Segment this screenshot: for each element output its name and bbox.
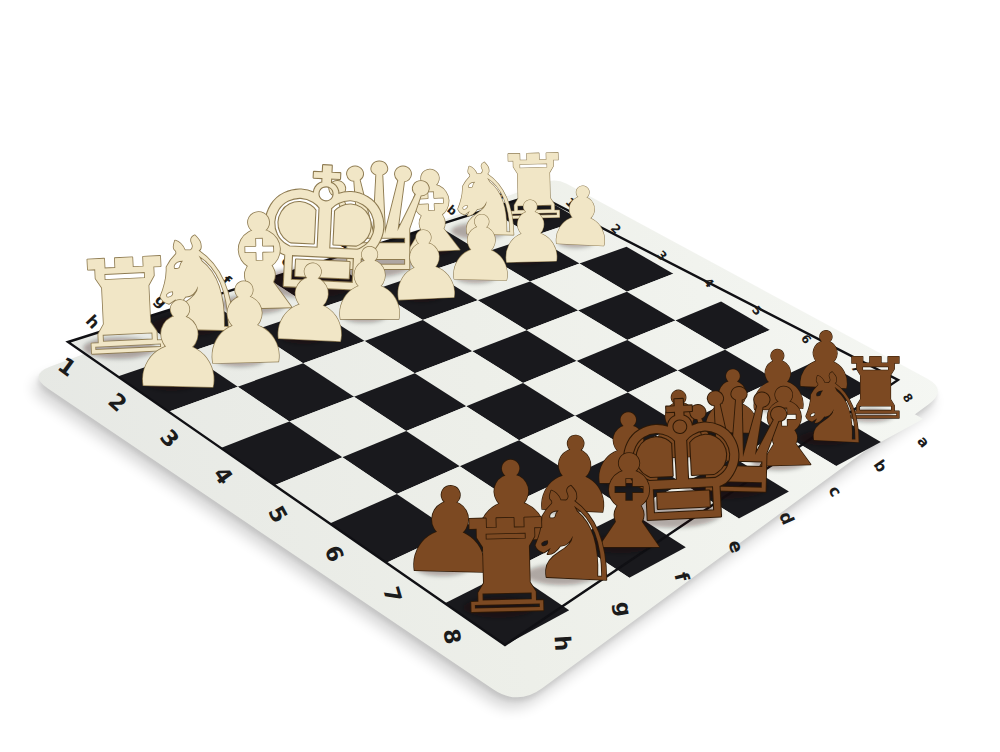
piece-white-pawn-h2: ♟ xyxy=(125,275,234,416)
piece-black-rook-h8: ♜ xyxy=(447,491,565,643)
chess-set-photo: 1122334455667788aabbccddeeffgghh♜♞♟♝♟♛♟♚… xyxy=(0,0,1000,752)
chessboard-photo-svg: 1122334455667788aabbccddeeffgghh♜♞♟♝♟♛♟♚… xyxy=(0,0,1000,752)
